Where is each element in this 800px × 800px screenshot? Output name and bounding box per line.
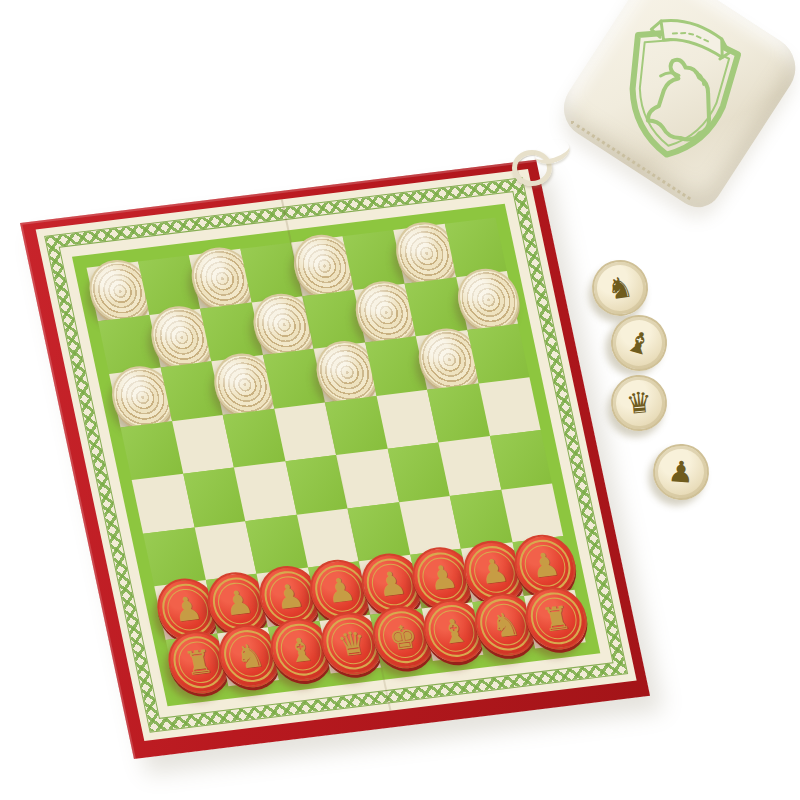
square-h8[interactable] (444, 218, 506, 277)
square-h4[interactable] (489, 430, 551, 489)
product-photo-scene: ♟♟♟♟♟♟♟♟♜♞♝♛♚♝♞♜ ♞ ♝ ♛ (0, 0, 800, 800)
knight-symbol: ♞ (591, 259, 650, 318)
drawstring-bag[interactable] (552, 0, 800, 216)
loose-piece-queen[interactable]: ♛ (609, 373, 670, 434)
square-h5[interactable] (478, 377, 540, 436)
square-h3[interactable] (501, 483, 563, 542)
loose-piece-knight[interactable]: ♞ (588, 256, 651, 319)
lion-crest-print (601, 3, 757, 175)
square-h7[interactable] (456, 271, 518, 330)
square-h2[interactable]: ♟ (512, 536, 574, 595)
square-h1[interactable]: ♜ (523, 589, 585, 648)
loose-piece-bishop[interactable]: ♝ (604, 308, 673, 377)
rook-symbol: ♜ (523, 586, 591, 651)
pawn-symbol: ♟ (653, 444, 709, 500)
board-margin: ♟♟♟♟♟♟♟♟♜♞♝♛♚♝♞♜ (36, 169, 637, 741)
loose-piece-pawn[interactable]: ♟ (651, 442, 711, 502)
square-h6[interactable] (467, 324, 529, 383)
queen-symbol: ♛ (611, 375, 667, 431)
game-board: ♟♟♟♟♟♟♟♟♜♞♝♛♚♝♞♜ (20, 160, 650, 759)
bishop-symbol: ♝ (607, 311, 671, 375)
